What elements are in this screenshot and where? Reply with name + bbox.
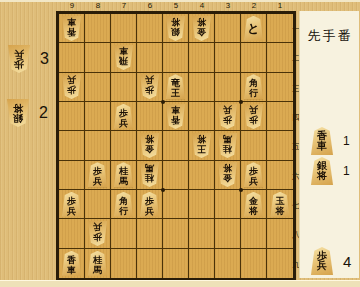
square-16[interactable] — [267, 161, 293, 190]
square-68[interactable] — [137, 219, 163, 248]
square-82[interactable] — [85, 43, 111, 72]
square-63[interactable]: 歩兵 — [137, 73, 163, 102]
piece-kanji: 桂 — [223, 144, 232, 154]
piece-kanji: 将 — [13, 103, 23, 113]
piece-桂馬[interactable]: 桂馬 — [139, 162, 160, 187]
file-label-8: 8 — [92, 1, 104, 10]
file-label-4: 4 — [196, 1, 208, 10]
sente-hand-count: 1 — [343, 134, 350, 148]
square-61[interactable] — [137, 14, 163, 43]
piece-kanji: 金 — [197, 27, 206, 37]
square-28[interactable] — [241, 219, 267, 248]
piece-kanji: 将 — [171, 17, 180, 27]
piece-kanji: 将 — [223, 163, 232, 173]
square-39[interactable] — [215, 249, 241, 278]
piece-kanji: 将 — [249, 206, 258, 216]
piece-kanji: 銀 — [13, 113, 23, 123]
file-label-5: 5 — [170, 1, 182, 10]
square-76[interactable]: 桂馬 — [111, 161, 137, 190]
piece-kanji: 車 — [119, 46, 128, 56]
square-26[interactable]: 歩兵 — [241, 161, 267, 190]
piece-kanji: 歩 — [67, 196, 76, 206]
square-84[interactable] — [85, 102, 111, 131]
piece-竜王[interactable]: 竜王 — [165, 74, 186, 99]
square-57[interactable] — [163, 190, 189, 219]
square-67[interactable]: 歩兵 — [137, 190, 163, 219]
square-44[interactable] — [189, 102, 215, 131]
square-46[interactable] — [189, 161, 215, 190]
piece-金将[interactable]: 金将 — [217, 162, 238, 187]
piece-kanji: 行 — [119, 206, 128, 216]
piece-kanji: 歩 — [223, 115, 232, 125]
piece-歩兵[interactable]: 歩兵 — [217, 104, 238, 129]
square-75[interactable] — [111, 131, 137, 160]
piece-kanji: 銀 — [171, 27, 180, 37]
piece-kanji: 馬 — [223, 134, 232, 144]
piece-kanji: 将 — [197, 134, 206, 144]
piece-歩兵[interactable]: 歩兵 — [87, 221, 108, 246]
piece-kanji: 車 — [67, 17, 76, 27]
piece-歩兵[interactable]: 歩兵 — [139, 74, 160, 99]
square-77[interactable]: 角行 — [111, 190, 137, 219]
piece-歩兵[interactable]: 歩兵 — [310, 247, 334, 275]
piece-kanji: 角 — [249, 78, 258, 88]
square-34[interactable]: 歩兵 — [215, 102, 241, 131]
piece-kanji: 兵 — [145, 206, 154, 216]
piece-角行[interactable]: 角行 — [113, 192, 134, 217]
square-62[interactable] — [137, 43, 163, 72]
square-47[interactable] — [189, 190, 215, 219]
piece-kanji: 車 — [67, 265, 76, 275]
square-33[interactable] — [215, 73, 241, 102]
square-66[interactable]: 桂馬 — [137, 161, 163, 190]
square-96[interactable] — [59, 161, 85, 190]
square-59[interactable] — [163, 249, 189, 278]
piece-kanji: 将 — [276, 206, 285, 216]
square-78[interactable] — [111, 219, 137, 248]
piece-銀将[interactable]: 銀将 — [165, 16, 186, 41]
square-48[interactable] — [189, 219, 215, 248]
piece-kanji: 将 — [317, 171, 327, 181]
piece-kanji: 金 — [223, 173, 232, 183]
piece-kanji: 歩 — [249, 166, 258, 176]
piece-香車[interactable]: 香車 — [61, 251, 82, 276]
square-86[interactable]: 歩兵 — [85, 161, 111, 190]
piece-kanji: 竜 — [171, 78, 180, 88]
gote-hand-銀将[interactable]: 銀将2 — [6, 99, 48, 127]
piece-歩兵[interactable]: 歩兵 — [139, 192, 160, 217]
square-35[interactable]: 桂馬 — [215, 131, 241, 160]
square-58[interactable] — [163, 219, 189, 248]
square-53[interactable]: 竜王 — [163, 73, 189, 102]
square-27[interactable]: 金将 — [241, 190, 267, 219]
board-grid: 香車銀将金将と飛車歩兵歩兵竜王角行歩兵香車歩兵歩兵金将王将桂馬歩兵桂馬桂馬金将歩… — [59, 14, 293, 278]
sente-hand-歩兵[interactable]: 歩兵4 — [310, 247, 351, 275]
square-72[interactable]: 飛車 — [111, 43, 137, 72]
square-43[interactable] — [189, 73, 215, 102]
square-92[interactable] — [59, 43, 85, 72]
square-71[interactable] — [111, 14, 137, 43]
piece-kanji: 金 — [145, 144, 154, 154]
piece-kanji: 兵 — [223, 105, 232, 115]
piece-kanji: 桂 — [145, 173, 154, 183]
piece-kanji: 兵 — [67, 206, 76, 216]
square-79[interactable] — [111, 249, 137, 278]
square-12[interactable] — [267, 43, 293, 72]
piece-歩兵[interactable]: 歩兵 — [61, 74, 82, 99]
bottom-margin — [0, 280, 360, 287]
piece-桂馬[interactable]: 桂馬 — [113, 162, 134, 187]
sente-hand-count: 1 — [343, 164, 350, 178]
hoshi-dot — [161, 188, 165, 192]
piece-kanji: 歩 — [14, 59, 24, 69]
square-73[interactable] — [111, 73, 137, 102]
square-32[interactable] — [215, 43, 241, 72]
piece-桂馬[interactable]: 桂馬 — [87, 251, 108, 276]
square-11[interactable] — [267, 14, 293, 43]
piece-kanji: 馬 — [145, 163, 154, 173]
square-37[interactable] — [215, 190, 241, 219]
sente-hand-香車[interactable]: 香車1 — [310, 127, 350, 155]
piece-kanji: 金 — [249, 196, 258, 206]
file-label-9: 9 — [66, 1, 78, 10]
piece-kanji: 香 — [67, 27, 76, 37]
square-31[interactable] — [215, 14, 241, 43]
piece-kanji: 王 — [197, 144, 206, 154]
square-54[interactable]: 香車 — [163, 102, 189, 131]
square-81[interactable] — [85, 14, 111, 43]
piece-kanji: 兵 — [145, 75, 154, 85]
piece-玉将[interactable]: 玉将 — [270, 192, 291, 217]
square-49[interactable] — [189, 249, 215, 278]
piece-kanji: 歩 — [93, 232, 102, 242]
piece-銀将[interactable]: 銀将 — [310, 157, 334, 185]
piece-kanji: 兵 — [93, 176, 102, 186]
hoshi-dot — [239, 188, 243, 192]
square-24[interactable]: 歩兵 — [241, 102, 267, 131]
piece-kanji: 将 — [145, 134, 154, 144]
piece-歩兵[interactable]: 歩兵 — [7, 45, 31, 73]
square-69[interactable] — [137, 249, 163, 278]
square-45[interactable]: 王将 — [189, 131, 215, 160]
piece-香車[interactable]: 香車 — [165, 104, 186, 129]
piece-kanji: 兵 — [14, 49, 24, 59]
square-64[interactable] — [137, 102, 163, 131]
piece-kanji: 兵 — [249, 176, 258, 186]
piece-kanji: 角 — [119, 196, 128, 206]
square-99[interactable]: 香車 — [59, 249, 85, 278]
file-label-7: 7 — [118, 1, 130, 10]
square-95[interactable] — [59, 131, 85, 160]
piece-歩兵[interactable]: 歩兵 — [113, 104, 134, 129]
square-51[interactable]: 銀将 — [163, 14, 189, 43]
square-93[interactable]: 歩兵 — [59, 73, 85, 102]
square-83[interactable] — [85, 73, 111, 102]
piece-飛車[interactable]: 飛車 — [113, 45, 134, 70]
square-91[interactable]: 香車 — [59, 14, 85, 43]
turn-indicator: 先手番 — [302, 27, 358, 45]
gote-hand-歩兵[interactable]: 歩兵3 — [7, 45, 49, 73]
gote-hand-count: 2 — [39, 104, 48, 122]
square-97[interactable]: 歩兵 — [59, 190, 85, 219]
piece-と[interactable]: と — [243, 16, 264, 41]
piece-金将[interactable]: 金将 — [139, 133, 160, 158]
square-18[interactable] — [267, 219, 293, 248]
piece-kanji: 歩 — [145, 196, 154, 206]
square-41[interactable]: 金将 — [189, 14, 215, 43]
piece-kanji: 兵 — [93, 222, 102, 232]
square-22[interactable] — [241, 43, 267, 72]
square-88[interactable]: 歩兵 — [85, 219, 111, 248]
square-52[interactable] — [163, 43, 189, 72]
file-label-2: 2 — [248, 1, 260, 10]
square-89[interactable]: 桂馬 — [85, 249, 111, 278]
piece-kanji: 将 — [197, 17, 206, 27]
piece-kanji: と — [247, 23, 259, 33]
piece-kanji: 桂 — [93, 255, 102, 265]
hoshi-dot — [161, 100, 165, 104]
piece-王将[interactable]: 王将 — [191, 133, 212, 158]
piece-kanji: 玉 — [276, 196, 285, 206]
piece-kanji: 馬 — [93, 265, 102, 275]
piece-kanji: 桂 — [119, 166, 128, 176]
piece-kanji: 歩 — [249, 115, 258, 125]
piece-kanji: 車 — [171, 105, 180, 115]
square-87[interactable] — [85, 190, 111, 219]
square-17[interactable]: 玉将 — [267, 190, 293, 219]
square-74[interactable]: 歩兵 — [111, 102, 137, 131]
file-label-6: 6 — [144, 1, 156, 10]
square-15[interactable] — [267, 131, 293, 160]
piece-kanji: 兵 — [67, 75, 76, 85]
sente-hand-count: 4 — [343, 253, 351, 270]
square-13[interactable] — [267, 73, 293, 102]
piece-歩兵[interactable]: 歩兵 — [243, 104, 264, 129]
piece-kanji: 王 — [171, 88, 180, 98]
square-55[interactable] — [163, 131, 189, 160]
shogi-app: 香車銀将金将と飛車歩兵歩兵竜王角行歩兵香車歩兵歩兵金将王将桂馬歩兵桂馬桂馬金将歩… — [0, 0, 360, 287]
square-42[interactable] — [189, 43, 215, 72]
square-85[interactable] — [85, 131, 111, 160]
square-29[interactable] — [241, 249, 267, 278]
piece-kanji: 飛 — [119, 56, 128, 66]
piece-香車[interactable]: 香車 — [310, 127, 334, 155]
piece-kanji: 香 — [171, 115, 180, 125]
square-94[interactable] — [59, 102, 85, 131]
piece-歩兵[interactable]: 歩兵 — [243, 162, 264, 187]
piece-香車[interactable]: 香車 — [61, 16, 82, 41]
square-98[interactable] — [59, 219, 85, 248]
square-36[interactable]: 金将 — [215, 161, 241, 190]
square-21[interactable]: と — [241, 14, 267, 43]
square-25[interactable] — [241, 131, 267, 160]
piece-歩兵[interactable]: 歩兵 — [61, 192, 82, 217]
piece-角行[interactable]: 角行 — [243, 74, 264, 99]
piece-kanji: 馬 — [119, 176, 128, 186]
piece-kanji: 兵 — [249, 105, 258, 115]
gote-hand-count: 3 — [40, 50, 49, 68]
piece-kanji: 兵 — [317, 261, 327, 271]
shogi-board: 香車銀将金将と飛車歩兵歩兵竜王角行歩兵香車歩兵歩兵金将王将桂馬歩兵桂馬桂馬金将歩… — [56, 11, 296, 281]
piece-kanji: 歩 — [119, 108, 128, 118]
piece-桂馬[interactable]: 桂馬 — [217, 133, 238, 158]
piece-kanji: 歩 — [145, 85, 154, 95]
file-label-3: 3 — [222, 1, 234, 10]
piece-銀将[interactable]: 銀将 — [6, 99, 30, 127]
piece-kanji: 歩 — [93, 166, 102, 176]
piece-kanji: 兵 — [119, 118, 128, 128]
file-label-1: 1 — [274, 1, 286, 10]
hoshi-dot — [239, 100, 243, 104]
square-38[interactable] — [215, 219, 241, 248]
sente-hand-銀将[interactable]: 銀将1 — [310, 157, 350, 185]
piece-金将[interactable]: 金将 — [191, 16, 212, 41]
square-65[interactable]: 金将 — [137, 131, 163, 160]
piece-歩兵[interactable]: 歩兵 — [87, 162, 108, 187]
piece-kanji: 歩 — [67, 85, 76, 95]
piece-kanji: 香 — [67, 255, 76, 265]
square-19[interactable] — [267, 249, 293, 278]
piece-金将[interactable]: 金将 — [243, 192, 264, 217]
piece-kanji: 行 — [249, 88, 258, 98]
piece-kanji: 車 — [317, 141, 327, 151]
square-23[interactable]: 角行 — [241, 73, 267, 102]
square-14[interactable] — [267, 102, 293, 131]
square-56[interactable] — [163, 161, 189, 190]
